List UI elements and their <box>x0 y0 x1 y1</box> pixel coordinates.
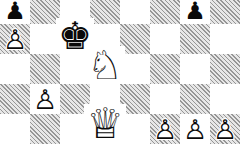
black-pawn: ♟ <box>4 0 26 23</box>
board-square <box>180 84 210 114</box>
board-square <box>210 84 240 114</box>
board-square: ♟ ♙ <box>210 114 240 144</box>
board-square <box>210 0 240 24</box>
board-square <box>120 0 150 24</box>
board-square <box>0 54 30 84</box>
white-pawn: ♟ ♙ <box>33 87 57 113</box>
board-square: ♟ ♙ <box>180 114 210 144</box>
board-square <box>180 24 210 54</box>
board-square <box>210 54 240 84</box>
board-square: ♟ ♙ <box>0 24 30 54</box>
board-square <box>90 0 120 24</box>
board-square <box>30 114 60 144</box>
board-square <box>150 84 180 114</box>
board-square <box>150 54 180 84</box>
chess-diagram: ♟ ♟ ♟ ♙ ♚ <box>0 0 240 144</box>
white-pawn: ♟ ♙ <box>153 117 177 143</box>
board-square <box>0 114 30 144</box>
board-square <box>150 24 180 54</box>
board-square <box>30 54 60 84</box>
board-square: ♟ ♙ <box>30 84 60 114</box>
board-square: ♟ <box>180 0 210 24</box>
white-pawn: ♟ ♙ <box>183 117 207 143</box>
white-pawn: ♟ ♙ <box>213 117 237 143</box>
board-square: ♟ <box>0 0 30 24</box>
board-square <box>150 0 180 24</box>
black-pawn: ♟ <box>184 0 206 23</box>
board-square <box>210 24 240 54</box>
white-queen: ♛ ♕ <box>84 104 126 144</box>
board-square <box>180 54 210 84</box>
white-pawn: ♟ ♙ <box>3 27 27 53</box>
chess-board: ♟ ♟ ♟ ♙ ♚ <box>0 0 240 144</box>
board-square: ♞ ♘ <box>90 54 120 84</box>
white-knight: ♞ ♘ <box>85 46 125 84</box>
board-square <box>0 84 30 114</box>
board-square: ♟ ♙ <box>150 114 180 144</box>
board-square: ♛ ♕ <box>90 114 120 144</box>
